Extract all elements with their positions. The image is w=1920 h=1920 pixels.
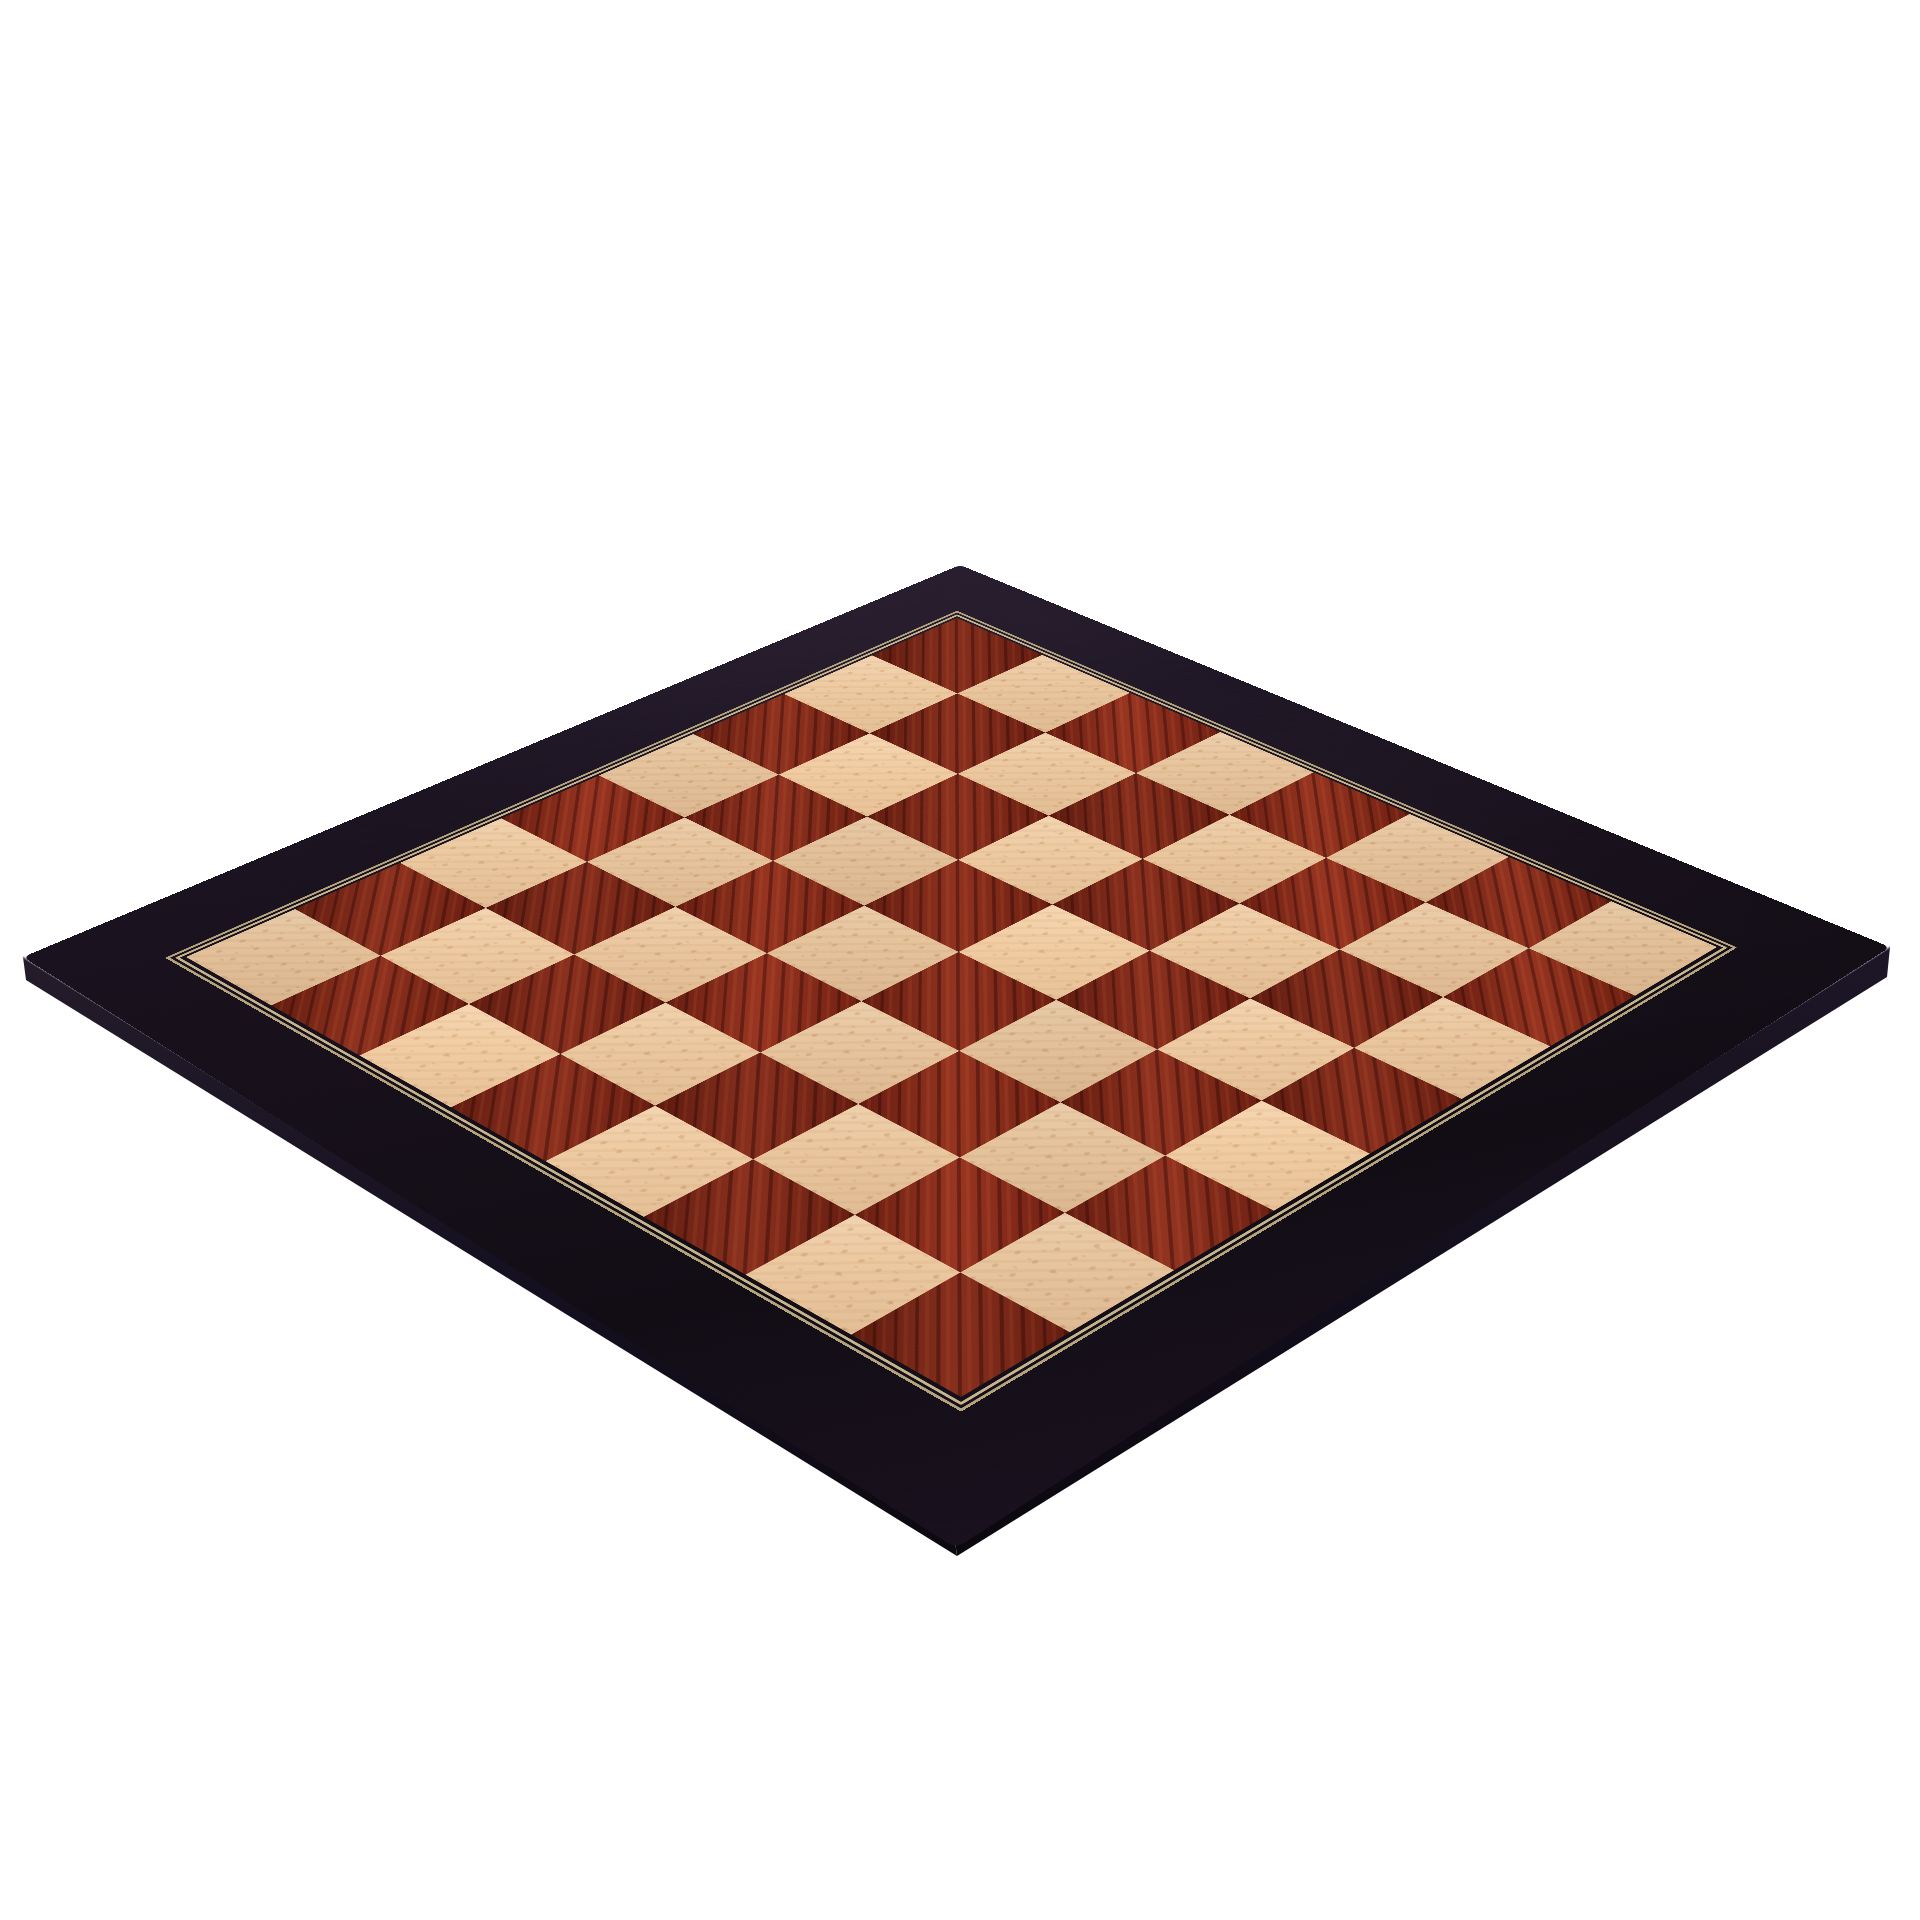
chessboard-product-photo <box>0 0 1920 1920</box>
